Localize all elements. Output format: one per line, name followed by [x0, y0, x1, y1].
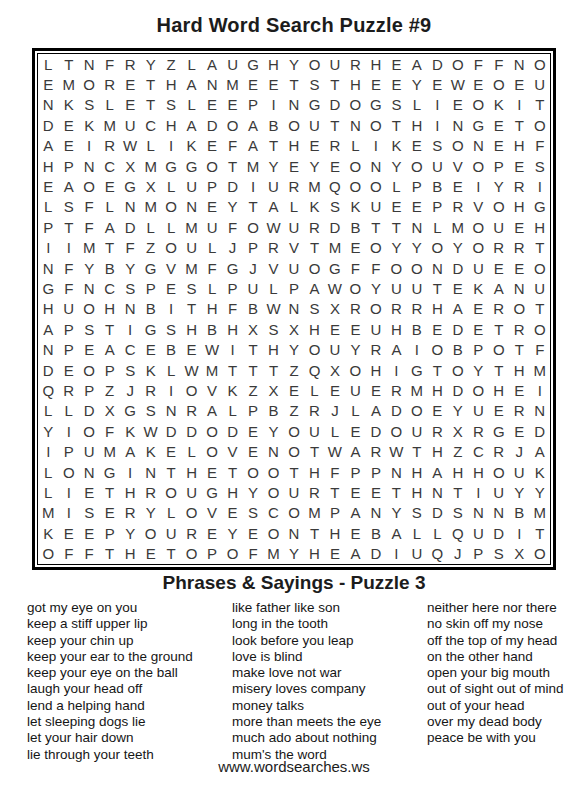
grid-cell: A [345, 503, 365, 523]
grid-cell: O [366, 238, 386, 258]
grid-cell: S [120, 278, 140, 298]
grid-cell: O [243, 462, 263, 482]
word-list-item: love is blind [232, 649, 427, 665]
grid-cell: L [284, 197, 304, 217]
grid-cell: H [38, 299, 58, 319]
grid-cell: F [325, 462, 345, 482]
grid-cell: L [161, 503, 181, 523]
grid-cell: D [222, 176, 242, 196]
grid-cell: K [530, 462, 550, 482]
grid-cell: M [99, 442, 119, 462]
grid-cell: H [386, 319, 406, 339]
grid-cell: E [284, 156, 304, 176]
grid-cell: I [530, 176, 550, 196]
grid-cell: P [38, 217, 58, 237]
grid-cell: I [366, 136, 386, 156]
grid-cell: B [161, 340, 181, 360]
grid-cell: Y [120, 258, 140, 278]
grid-cell: D [161, 421, 181, 441]
grid-cell: E [38, 74, 58, 94]
grid-cell: B [448, 340, 468, 360]
grid-cell: Y [448, 401, 468, 421]
section-title: Phrases & Sayings - Puzzle 3 [0, 572, 588, 594]
grid-cell: B [366, 523, 386, 543]
grid-cell: F [99, 421, 119, 441]
grid-cell: U [79, 442, 99, 462]
grid-cell: N [284, 95, 304, 115]
word-list-item: peace be with you [427, 730, 572, 746]
grid-cell: J [120, 380, 140, 400]
grid-cell: U [181, 176, 201, 196]
grid-cell: P [99, 360, 119, 380]
grid-cell: T [530, 299, 550, 319]
grid-cell: T [222, 462, 242, 482]
grid-cell: D [448, 380, 468, 400]
word-list-item: got my eye on you [27, 600, 232, 616]
grid-cell: P [222, 278, 242, 298]
grid-cell: N [38, 340, 58, 360]
grid-cell: E [202, 95, 222, 115]
grid-cell: G [325, 258, 345, 278]
grid-cell: N [386, 462, 406, 482]
grid-cell: U [120, 115, 140, 135]
grid-cell: T [427, 278, 447, 298]
grid-cell: N [202, 74, 222, 94]
grid-cell: E [427, 401, 447, 421]
grid-cell: O [530, 54, 550, 74]
grid-cell: O [468, 95, 488, 115]
word-list-item: keep your chin up [27, 633, 232, 649]
word-list-item: look before you leap [232, 633, 427, 649]
grid-cell: J [448, 544, 468, 564]
grid-cell: I [38, 442, 58, 462]
grid-cell: P [243, 238, 263, 258]
grid-cell: O [79, 360, 99, 380]
grid-cell: X [99, 401, 119, 421]
grid-cell: K [38, 523, 58, 543]
grid-cell: T [222, 156, 242, 176]
grid-cell: L [99, 197, 119, 217]
grid-cell: O [222, 115, 242, 135]
grid-cell: R [99, 74, 119, 94]
grid-cell: M [530, 360, 550, 380]
grid-cell: A [38, 136, 58, 156]
grid-cell: T [509, 115, 529, 135]
grid-cell: T [427, 360, 447, 380]
grid-cell: N [345, 115, 365, 135]
grid-cell: L [38, 401, 58, 421]
grid-cell: S [386, 95, 406, 115]
grid-cell: O [509, 299, 529, 319]
grid-cell: R [427, 421, 447, 441]
grid-cell: M [202, 360, 222, 380]
grid-cell: J [222, 238, 242, 258]
grid-cell: G [120, 176, 140, 196]
grid-cell: V [202, 380, 222, 400]
grid-cell: N [79, 54, 99, 74]
grid-cell: E [448, 278, 468, 298]
grid-cell: B [509, 503, 529, 523]
grid-cell: V [284, 238, 304, 258]
grid-cell: I [509, 523, 529, 543]
grid-cell: L [161, 176, 181, 196]
grid-cell: E [386, 54, 406, 74]
grid-cell: P [58, 156, 78, 176]
grid-cell: H [366, 54, 386, 74]
grid-cell: L [202, 238, 222, 258]
grid-cell: K [120, 421, 140, 441]
grid-cell: M [79, 238, 99, 258]
grid-cell: P [325, 503, 345, 523]
grid-cell: F [345, 258, 365, 278]
grid-cell: K [304, 197, 324, 217]
grid-cell: T [489, 319, 509, 339]
grid-cell: A [448, 299, 468, 319]
grid-cell: I [222, 340, 242, 360]
grid-cell: V [161, 258, 181, 278]
grid-cell: N [366, 156, 386, 176]
grid-cell: Y [407, 238, 427, 258]
grid-cell: L [407, 95, 427, 115]
grid-cell: O [284, 115, 304, 135]
grid-cell: Q [325, 176, 345, 196]
grid-cell: O [161, 197, 181, 217]
grid-cell: B [345, 217, 365, 237]
grid-cell: F [222, 217, 242, 237]
word-list-item: like father like son [232, 600, 427, 616]
word-list-item: let your hair down [27, 730, 232, 746]
word-list-item: open your big mouth [427, 665, 572, 681]
grid-cell: E [243, 421, 263, 441]
word-list-item: out of sight out of mind [427, 681, 572, 697]
grid-cell: F [243, 544, 263, 564]
grid-cell: L [181, 442, 201, 462]
grid-cell: O [448, 360, 468, 380]
grid-cell: F [58, 278, 78, 298]
grid-cell: Y [38, 421, 58, 441]
grid-cell: R [58, 380, 78, 400]
grid-cell: N [427, 258, 447, 278]
grid-cell: H [509, 360, 529, 380]
grid-cell: F [222, 136, 242, 156]
grid-cell: U [161, 523, 181, 543]
grid-cell: W [325, 278, 345, 298]
grid-cell: H [304, 319, 324, 339]
grid-cell: P [468, 340, 488, 360]
grid-cell: T [140, 95, 160, 115]
grid-cell: O [79, 421, 99, 441]
grid-cell: W [263, 299, 283, 319]
grid-cell: D [448, 258, 468, 278]
grid-cell: R [284, 176, 304, 196]
grid-cell: T [489, 360, 509, 380]
grid-cell: N [120, 299, 140, 319]
grid-cell: W [140, 421, 160, 441]
grid-cell: O [161, 238, 181, 258]
grid-cell: M [407, 380, 427, 400]
grid-cell: U [386, 278, 406, 298]
grid-cell: I [161, 299, 181, 319]
grid-cell: E [468, 74, 488, 94]
grid-cell: O [448, 54, 468, 74]
grid-cell: M [181, 217, 201, 237]
grid-cell: U [468, 523, 488, 543]
grid-cell: E [448, 95, 468, 115]
grid-cell: H [202, 299, 222, 319]
grid-cell: W [120, 136, 140, 156]
grid-cell: Y [140, 54, 160, 74]
grid-cell: Y [79, 258, 99, 278]
grid-cell: O [345, 278, 365, 298]
grid-cell: O [407, 401, 427, 421]
grid-cell: U [263, 176, 283, 196]
grid-cell: S [58, 197, 78, 217]
grid-cell: K [181, 136, 201, 156]
grid-cell: E [263, 74, 283, 94]
grid-cell: D [489, 523, 509, 543]
grid-cell: Z [284, 360, 304, 380]
grid-cell: R [366, 340, 386, 360]
grid-cell: U [325, 340, 345, 360]
grid-cell: X [243, 319, 263, 339]
word-list-item: out of your head [427, 698, 572, 714]
grid-cell: C [263, 503, 283, 523]
grid-cell: A [345, 442, 365, 462]
word-list-column-3: neither here nor thereno skin off my nos… [427, 600, 572, 763]
grid-cell: R [407, 299, 427, 319]
grid-cell: E [509, 380, 529, 400]
grid-cell: O [243, 217, 263, 237]
grid-cell: L [181, 95, 201, 115]
grid-cell: D [202, 115, 222, 135]
grid-cell: M [181, 258, 201, 278]
grid-cell: R [304, 401, 324, 421]
grid-cell: O [263, 523, 283, 543]
grid-cell: T [243, 340, 263, 360]
grid-cell: L [345, 136, 365, 156]
grid-cell: R [489, 299, 509, 319]
grid-cell: P [284, 278, 304, 298]
grid-cell: O [427, 340, 447, 360]
grid-cell: O [386, 258, 406, 278]
grid-cell: C [120, 340, 140, 360]
grid-cell: X [140, 176, 160, 196]
grid-cell: E [202, 523, 222, 543]
grid-cell: X [284, 319, 304, 339]
grid-cell: D [366, 421, 386, 441]
grid-cell: E [58, 523, 78, 543]
grid-cell: V [263, 258, 283, 278]
grid-cell: Y [386, 156, 406, 176]
grid-cell: P [202, 544, 222, 564]
grid-cell: L [99, 95, 119, 115]
grid-cell: E [448, 176, 468, 196]
grid-cell: T [140, 74, 160, 94]
grid-cell: S [120, 360, 140, 380]
grid-cell: S [448, 503, 468, 523]
grid-cell: U [58, 299, 78, 319]
grid-cell: O [427, 238, 447, 258]
grid-cell: C [99, 278, 119, 298]
grid-cell: X [325, 360, 345, 380]
grid-cell: V [448, 156, 468, 176]
grid-cell: E [345, 238, 365, 258]
grid-cell: Z [140, 238, 160, 258]
grid-cell: E [427, 319, 447, 339]
grid-cell: F [468, 54, 488, 74]
grid-cell: O [263, 482, 283, 502]
grid-cell: E [202, 462, 222, 482]
word-list-item: keep your ear to the ground [27, 649, 232, 665]
grid-cell: O [345, 360, 365, 380]
grid-cell: L [345, 401, 365, 421]
grid-cell: F [79, 544, 99, 564]
grid-cell: L [304, 380, 324, 400]
grid-cell: L [386, 176, 406, 196]
grid-cell: G [38, 278, 58, 298]
grid-cell: Y [448, 238, 468, 258]
grid-cell: I [58, 482, 78, 502]
grid-cell: K [468, 278, 488, 298]
grid-cell: H [120, 544, 140, 564]
grid-cell: G [366, 95, 386, 115]
grid-cell: A [99, 217, 119, 237]
grid-cell: F [366, 258, 386, 278]
grid-cell: E [222, 95, 242, 115]
grid-cell: R [120, 54, 140, 74]
grid-cell: C [140, 115, 160, 135]
grid-cell: Q [304, 360, 324, 380]
grid-cell: F [120, 238, 140, 258]
grid-cell: T [284, 74, 304, 94]
grid-cell: M [99, 115, 119, 135]
grid-cell: O [530, 115, 550, 135]
grid-cell: S [489, 544, 509, 564]
grid-cell: H [427, 380, 447, 400]
grid-cell: B [427, 176, 447, 196]
grid-cell: U [325, 54, 345, 74]
grid-cell: Y [489, 176, 509, 196]
grid-cell: H [366, 360, 386, 380]
grid-cell: O [345, 156, 365, 176]
grid-cell: O [304, 54, 324, 74]
grid-cell: E [325, 544, 345, 564]
grid-cell: A [530, 442, 550, 462]
grid-cell: N [263, 442, 283, 462]
grid-cell: M [222, 74, 242, 94]
grid-cell: P [345, 462, 365, 482]
grid-cell: N [366, 503, 386, 523]
grid-cell: R [386, 380, 406, 400]
grid-cell: T [325, 482, 345, 502]
grid-cell: N [161, 401, 181, 421]
grid-cell: T [99, 544, 119, 564]
grid-cell: I [263, 95, 283, 115]
grid-cell: Y [284, 54, 304, 74]
grid-cell: E [407, 197, 427, 217]
grid-cell: R [489, 442, 509, 462]
grid-cell: L [140, 136, 160, 156]
grid-cell: G [202, 482, 222, 502]
grid-cell: X [448, 421, 468, 441]
grid-cell: O [79, 299, 99, 319]
grid-cell: H [509, 197, 529, 217]
grid-cell: M [530, 503, 550, 523]
grid-cell: L [38, 482, 58, 502]
grid-cell: X [325, 299, 345, 319]
grid-cell: O [58, 462, 78, 482]
grid-cell: L [140, 217, 160, 237]
grid-cell: E [243, 442, 263, 462]
grid-cell: L [222, 401, 242, 421]
grid-cell: Y [284, 340, 304, 360]
grid-cell: U [530, 74, 550, 94]
grid-cell: U [181, 482, 201, 502]
grid-cell: R [448, 197, 468, 217]
grid-cell: I [407, 340, 427, 360]
grid-cell: A [304, 278, 324, 298]
grid-cell: T [509, 340, 529, 360]
grid-cell: H [222, 482, 242, 502]
grid-cell: U [366, 319, 386, 339]
grid-cell: O [202, 442, 222, 462]
grid-cell: T [161, 462, 181, 482]
grid-cell: H [489, 380, 509, 400]
grid-cell: S [79, 95, 99, 115]
puzzle-grid-frame: LTNFRYZLAUGHYOURHEADOFFNOEMORETHANMEETST… [32, 48, 556, 570]
grid-cell: J [243, 258, 263, 278]
grid-cell: T [99, 238, 119, 258]
grid-cell: E [509, 258, 529, 278]
grid-cell: E [304, 136, 324, 156]
grid-cell: S [304, 74, 324, 94]
grid-cell: T [99, 482, 119, 502]
grid-cell: N [509, 278, 529, 298]
grid-cell: E [58, 115, 78, 135]
grid-cell: P [58, 340, 78, 360]
word-list-item: off the top of my head [427, 633, 572, 649]
grid-cell: N [530, 401, 550, 421]
grid-cell: H [530, 217, 550, 237]
grid-cell: Y [407, 74, 427, 94]
grid-cell: E [222, 503, 242, 523]
grid-cell: A [386, 523, 406, 543]
grid-cell: F [58, 544, 78, 564]
grid-cell: T [263, 136, 283, 156]
grid-cell: P [99, 523, 119, 543]
letter-grid: LTNFRYZLAUGHYOURHEADOFFNOEMORETHANMEETST… [37, 53, 551, 565]
grid-cell: J [509, 442, 529, 462]
grid-cell: S [304, 299, 324, 319]
grid-cell: N [79, 156, 99, 176]
grid-cell: O [79, 74, 99, 94]
grid-cell: G [222, 258, 242, 278]
grid-cell: E [58, 360, 78, 380]
grid-cell: Y [263, 421, 283, 441]
grid-cell: E [468, 319, 488, 339]
grid-cell: W [181, 360, 201, 380]
grid-cell: T [325, 115, 345, 135]
grid-cell: A [263, 197, 283, 217]
grid-cell: J [325, 401, 345, 421]
grid-cell: D [325, 217, 345, 237]
grid-cell: T [407, 442, 427, 462]
grid-cell: E [468, 299, 488, 319]
grid-cell: R [140, 482, 160, 502]
grid-cell: G [161, 156, 181, 176]
grid-cell: A [181, 74, 201, 94]
grid-cell: I [58, 503, 78, 523]
